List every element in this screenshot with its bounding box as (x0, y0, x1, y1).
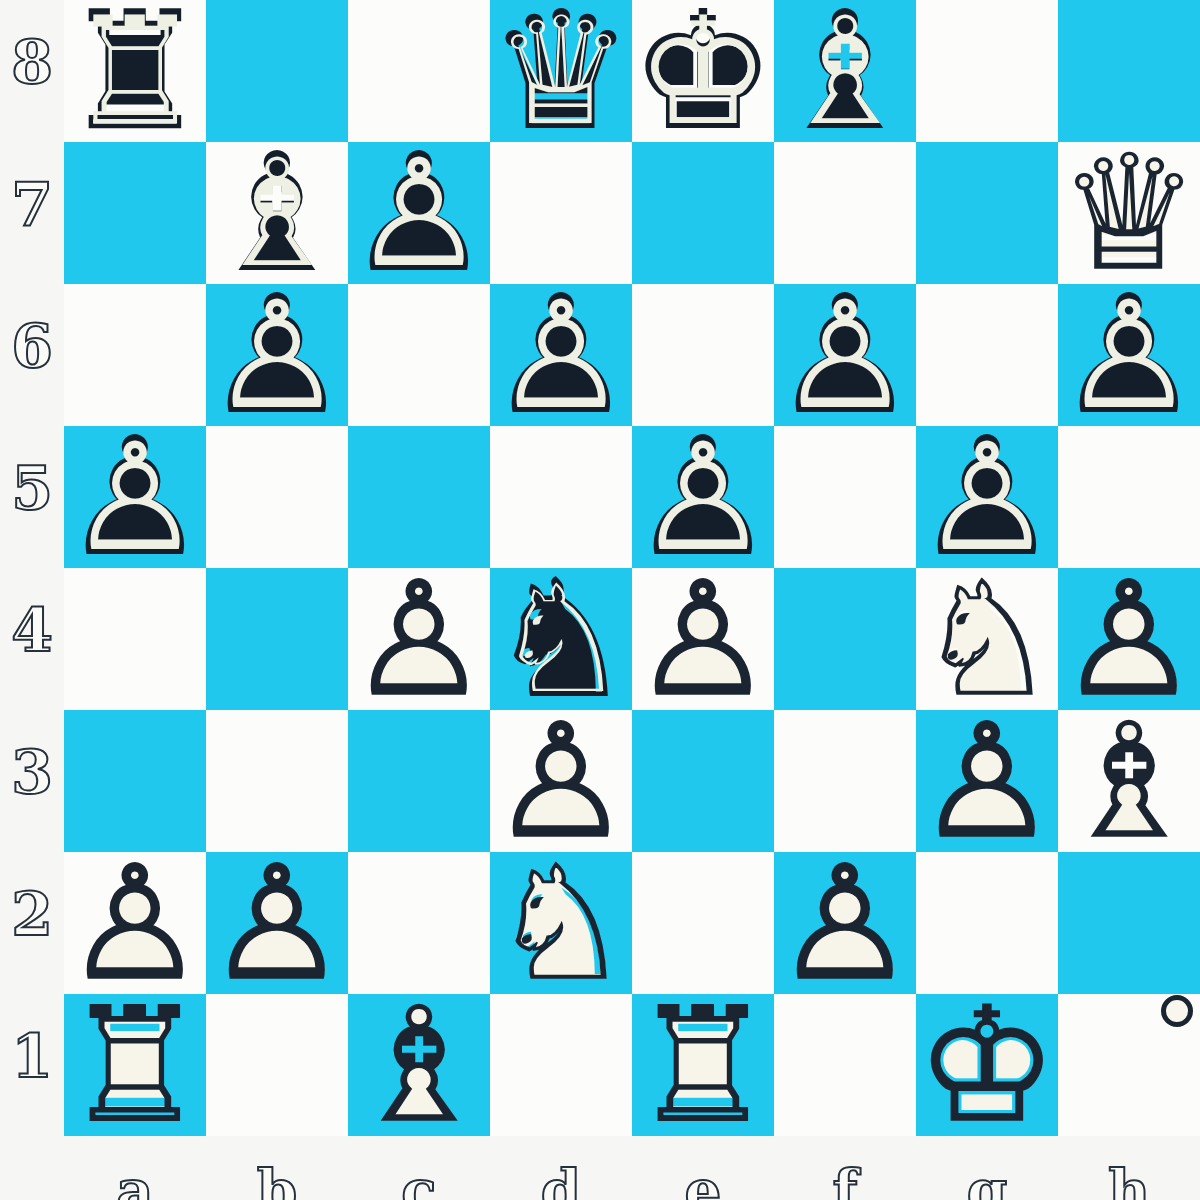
side-to-move-indicator (1161, 995, 1193, 1027)
pawn-outline-glyph: ♙ (920, 430, 1053, 563)
square-e3[interactable] (632, 710, 774, 852)
square-d6[interactable]: ♟♙ (490, 284, 632, 426)
file-label-h: h (1058, 1136, 1200, 1200)
file-label-f: f (774, 1136, 916, 1200)
pawn-outline-glyph: ♙ (636, 430, 769, 563)
white-pawn-f2[interactable]: ♟♙ (774, 852, 916, 994)
square-g3[interactable]: ♟♙ (916, 710, 1058, 852)
square-f5[interactable] (774, 426, 916, 568)
square-c7[interactable]: ♟♙ (348, 142, 490, 284)
chess-board[interactable]: ♜♖♛♕♚♔♝♗♝♗♟♙♛♕♟♙♟♙♟♙♟♙♟♙♟♙♟♙♟♙♞♘♟♙♞♘♟♙♟♙… (64, 0, 1200, 1136)
file-labels: abcdefgh (64, 1136, 1200, 1200)
rank-label-5: 5 (0, 453, 64, 523)
square-a7[interactable] (64, 142, 206, 284)
square-b4[interactable] (206, 568, 348, 710)
rank-label-2: 2 (0, 879, 64, 949)
square-a8[interactable]: ♜♖ (64, 0, 206, 142)
black-pawn-f6[interactable]: ♟♙ (774, 284, 916, 426)
black-bishop-f8[interactable]: ♝♗ (774, 0, 916, 142)
file-label-d: d (490, 1136, 632, 1200)
square-f8[interactable]: ♝♗ (774, 0, 916, 142)
bishop-outline-glyph: ♗ (348, 994, 490, 1136)
pawn-outline-glyph: ♙ (206, 852, 348, 994)
black-pawn-d6[interactable]: ♟♙ (490, 284, 632, 426)
black-rook-a8[interactable]: ♜♖ (64, 0, 206, 142)
white-bishop-c1[interactable]: ♝♗ (348, 994, 490, 1136)
white-rook-a1[interactable]: ♜♖ (64, 994, 206, 1136)
black-pawn-a5[interactable]: ♟♙ (64, 426, 206, 568)
rank-label-4: 4 (0, 595, 64, 665)
white-pawn-c4[interactable]: ♟♙ (348, 568, 490, 710)
black-pawn-c7[interactable]: ♟♙ (348, 142, 490, 284)
white-king-g1[interactable]: ♚♔ (916, 994, 1058, 1136)
white-bishop-h3[interactable]: ♝♗ (1058, 710, 1200, 852)
square-e8[interactable]: ♚♔ (632, 0, 774, 142)
pawn-outline-glyph: ♙ (632, 568, 774, 710)
square-e7[interactable] (632, 142, 774, 284)
white-pawn-e4[interactable]: ♟♙ (632, 568, 774, 710)
square-d1[interactable] (490, 994, 632, 1136)
pawn-outline-glyph: ♙ (778, 288, 911, 421)
white-pawn-g3[interactable]: ♟♙ (916, 710, 1058, 852)
rank-label-8: 8 (0, 27, 64, 97)
white-knight-d2[interactable]: ♞♘ (490, 852, 632, 994)
square-c1[interactable]: ♝♗ (348, 994, 490, 1136)
rook-outline-glyph: ♖ (64, 994, 206, 1136)
square-b5[interactable] (206, 426, 348, 568)
square-f1[interactable] (774, 994, 916, 1136)
king-outline-glyph: ♔ (916, 994, 1058, 1136)
pawn-outline-glyph: ♙ (774, 852, 916, 994)
square-h6[interactable]: ♟♙ (1058, 284, 1200, 426)
pawn-outline-glyph: ♙ (916, 710, 1058, 852)
white-rook-e1[interactable]: ♜♖ (632, 994, 774, 1136)
black-pawn-h6[interactable]: ♟♙ (1058, 284, 1200, 426)
square-e4[interactable]: ♟♙ (632, 568, 774, 710)
rank-labels: 87654321 (0, 0, 64, 1136)
pawn-outline-glyph: ♙ (1062, 288, 1195, 421)
bishop-outline-glyph: ♗ (778, 4, 911, 137)
square-c4[interactable]: ♟♙ (348, 568, 490, 710)
square-g1[interactable]: ♚♔ (916, 994, 1058, 1136)
pawn-outline-glyph: ♙ (68, 430, 201, 563)
square-b1[interactable] (206, 994, 348, 1136)
bishop-outline-glyph: ♗ (1058, 710, 1200, 852)
square-f6[interactable]: ♟♙ (774, 284, 916, 426)
square-a1[interactable]: ♜♖ (64, 994, 206, 1136)
chess-diagram: 87654321 ♜♖♛♕♚♔♝♗♝♗♟♙♛♕♟♙♟♙♟♙♟♙♟♙♟♙♟♙♟♙♞… (0, 0, 1200, 1200)
square-g7[interactable] (916, 142, 1058, 284)
square-d8[interactable]: ♛♕ (490, 0, 632, 142)
square-c6[interactable] (348, 284, 490, 426)
knight-outline-glyph: ♘ (490, 852, 632, 994)
square-e1[interactable]: ♜♖ (632, 994, 774, 1136)
rank-label-1: 1 (0, 1021, 64, 1091)
knight-outline-glyph: ♘ (494, 572, 627, 705)
square-f4[interactable] (774, 568, 916, 710)
queen-outline-glyph: ♕ (494, 4, 627, 137)
rank-label-3: 3 (0, 737, 64, 807)
square-c3[interactable] (348, 710, 490, 852)
square-g8[interactable] (916, 0, 1058, 142)
white-pawn-b2[interactable]: ♟♙ (206, 852, 348, 994)
black-king-e8[interactable]: ♚♔ (632, 0, 774, 142)
file-label-g: g (916, 1136, 1058, 1200)
rank-label-6: 6 (0, 311, 64, 381)
pawn-outline-glyph: ♙ (348, 568, 490, 710)
square-b2[interactable]: ♟♙ (206, 852, 348, 994)
file-label-e: e (632, 1136, 774, 1200)
file-label-b: b (206, 1136, 348, 1200)
square-d2[interactable]: ♞♘ (490, 852, 632, 994)
black-pawn-b6[interactable]: ♟♙ (206, 284, 348, 426)
rook-outline-glyph: ♖ (68, 4, 201, 137)
file-label-c: c (348, 1136, 490, 1200)
file-label-a: a (64, 1136, 206, 1200)
square-b6[interactable]: ♟♙ (206, 284, 348, 426)
square-a4[interactable] (64, 568, 206, 710)
pawn-outline-glyph: ♙ (494, 288, 627, 421)
king-outline-glyph: ♔ (636, 4, 769, 137)
rank-label-7: 7 (0, 169, 64, 239)
square-a5[interactable]: ♟♙ (64, 426, 206, 568)
pawn-outline-glyph: ♙ (352, 146, 485, 279)
rook-outline-glyph: ♖ (632, 994, 774, 1136)
square-h3[interactable]: ♝♗ (1058, 710, 1200, 852)
pawn-outline-glyph: ♙ (210, 288, 343, 421)
black-queen-d8[interactable]: ♛♕ (490, 0, 632, 142)
square-f2[interactable]: ♟♙ (774, 852, 916, 994)
square-h2[interactable] (1058, 852, 1200, 994)
